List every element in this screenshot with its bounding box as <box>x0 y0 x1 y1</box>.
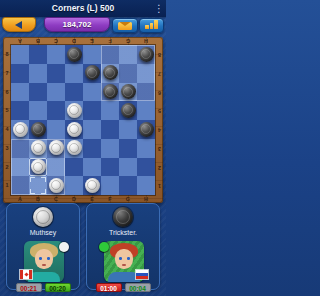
file-labels-top: ABCDEFGH <box>11 37 155 44</box>
square-h7[interactable] <box>137 64 155 83</box>
square-d6[interactable] <box>65 83 83 102</box>
square-e4[interactable] <box>83 120 101 139</box>
square-e2[interactable] <box>83 158 101 177</box>
square-b5[interactable] <box>29 101 47 120</box>
square-g8[interactable] <box>119 45 137 64</box>
status-dot <box>59 242 69 252</box>
mail-button[interactable] <box>112 18 138 33</box>
white-piece-e1[interactable] <box>85 178 100 193</box>
white-piece-d4[interactable] <box>67 122 82 137</box>
player-piece-color-black <box>113 207 133 227</box>
square-f2[interactable] <box>101 158 119 177</box>
square-f4[interactable] <box>101 120 119 139</box>
white-piece-b2[interactable] <box>31 159 46 174</box>
black-piece-b4[interactable] <box>31 122 46 137</box>
square-a2[interactable] <box>11 158 29 177</box>
page-title: Corners (L) 500 <box>0 0 166 17</box>
white-piece-b3[interactable] <box>31 140 46 155</box>
square-f1[interactable] <box>101 176 119 195</box>
board-inner <box>11 45 155 195</box>
square-c8[interactable] <box>47 45 65 64</box>
black-piece-f6[interactable] <box>103 84 118 99</box>
black-piece-g6[interactable] <box>121 84 136 99</box>
black-piece-h8[interactable] <box>139 47 154 62</box>
square-a7[interactable] <box>11 64 29 83</box>
canada-flag-icon <box>20 270 32 279</box>
player-name: Muthsey <box>7 229 79 236</box>
black-piece-h4[interactable] <box>139 122 154 137</box>
square-b8[interactable] <box>29 45 47 64</box>
player-name: Trickster. <box>87 229 159 236</box>
square-h2[interactable] <box>137 158 155 177</box>
square-b1[interactable] <box>29 176 47 195</box>
square-b7[interactable] <box>29 64 47 83</box>
square-f3[interactable] <box>101 139 119 158</box>
square-h1[interactable] <box>137 176 155 195</box>
square-b6[interactable] <box>29 83 47 102</box>
square-e6[interactable] <box>83 83 101 102</box>
square-c7[interactable] <box>47 64 65 83</box>
move-clock: 00:20 <box>45 283 71 292</box>
back-button[interactable] <box>2 17 36 32</box>
square-e5[interactable] <box>83 101 101 120</box>
square-h3[interactable] <box>137 139 155 158</box>
white-piece-a4[interactable] <box>13 122 28 137</box>
player-card-right[interactable]: Trickster. 01:00 00:04 <box>86 203 160 290</box>
file-labels-bottom: ABCDEFGH <box>11 196 155 203</box>
bar-chart-icon <box>145 20 160 29</box>
square-h5[interactable] <box>137 101 155 120</box>
square-e3[interactable] <box>83 139 101 158</box>
match-clock: 01:00 <box>96 283 122 292</box>
white-piece-d3[interactable] <box>67 140 82 155</box>
square-f8[interactable] <box>101 45 119 64</box>
square-d2[interactable] <box>65 158 83 177</box>
rank-labels-left: 87654321 <box>4 45 11 195</box>
envelope-icon <box>118 22 132 30</box>
square-c6[interactable] <box>47 83 65 102</box>
kebab-menu-icon[interactable]: ⋮ <box>154 1 164 16</box>
square-g1[interactable] <box>119 176 137 195</box>
square-c2[interactable] <box>47 158 65 177</box>
square-h6[interactable] <box>137 83 155 102</box>
square-c4[interactable] <box>47 120 65 139</box>
white-piece-c3[interactable] <box>49 140 64 155</box>
back-arrow-icon <box>15 21 22 29</box>
square-g4[interactable] <box>119 120 137 139</box>
square-g7[interactable] <box>119 64 137 83</box>
app-header: Corners (L) 500 ⋮ <box>0 0 166 17</box>
player-card-left[interactable]: Muthsey 00:21 00:20 <box>6 203 80 290</box>
square-d1[interactable] <box>65 176 83 195</box>
square-g2[interactable] <box>119 158 137 177</box>
move-clock: 00:04 <box>125 283 151 292</box>
rank-labels-right: 87654321 <box>156 45 163 195</box>
white-piece-c1[interactable] <box>49 178 64 193</box>
black-piece-d8[interactable] <box>67 47 82 62</box>
status-dot <box>99 242 109 252</box>
white-piece-d5[interactable] <box>67 103 82 118</box>
square-d7[interactable] <box>65 64 83 83</box>
game-board: ABCDEFGH ABCDEFGH 87654321 87654321 <box>3 37 163 203</box>
square-e8[interactable] <box>83 45 101 64</box>
russia-flag-icon <box>136 270 148 279</box>
square-f5[interactable] <box>101 101 119 120</box>
square-a1[interactable] <box>11 176 29 195</box>
square-a3[interactable] <box>11 139 29 158</box>
player-piece-color-white <box>33 207 53 227</box>
black-piece-f7[interactable] <box>103 65 118 80</box>
black-piece-e7[interactable] <box>85 65 100 80</box>
square-a8[interactable] <box>11 45 29 64</box>
score-badge[interactable]: 184,702 <box>44 17 110 32</box>
match-clock: 00:21 <box>16 283 42 292</box>
square-c5[interactable] <box>47 101 65 120</box>
stats-button[interactable] <box>139 18 164 33</box>
square-g3[interactable] <box>119 139 137 158</box>
square-a6[interactable] <box>11 83 29 102</box>
black-piece-g5[interactable] <box>121 103 136 118</box>
board-grid <box>11 45 155 195</box>
square-a5[interactable] <box>11 101 29 120</box>
